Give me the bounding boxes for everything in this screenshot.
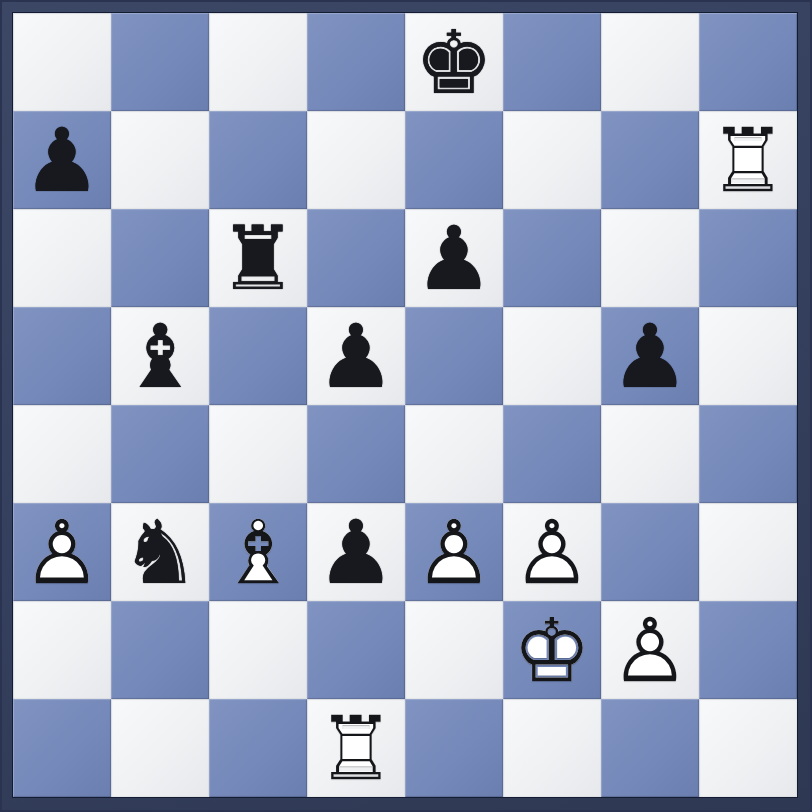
board-frame: ♚♟♜♖♜♟♝♟♟♟♙♞♝♗♟♟♙♟♙♚♔♟♙♜♖ xyxy=(0,0,812,812)
square-a7[interactable]: ♟ xyxy=(13,111,111,209)
square-f7[interactable] xyxy=(503,111,601,209)
square-f5[interactable] xyxy=(503,307,601,405)
square-f4[interactable] xyxy=(503,405,601,503)
square-g4[interactable] xyxy=(601,405,699,503)
square-h5[interactable] xyxy=(699,307,797,405)
black-pawn-icon: ♟ xyxy=(307,307,405,405)
square-g5[interactable]: ♟ xyxy=(601,307,699,405)
square-e1[interactable] xyxy=(405,699,503,797)
black-king-icon: ♚ xyxy=(405,13,503,111)
square-d3[interactable]: ♟ xyxy=(307,503,405,601)
square-e5[interactable] xyxy=(405,307,503,405)
piece-black-pawn-d3: ♟ xyxy=(307,503,405,601)
square-g2[interactable]: ♟♙ xyxy=(601,601,699,699)
square-b4[interactable] xyxy=(111,405,209,503)
square-c5[interactable] xyxy=(209,307,307,405)
square-a8[interactable] xyxy=(13,13,111,111)
piece-white-king-f2: ♚♔ xyxy=(503,601,601,699)
square-h7[interactable]: ♜♖ xyxy=(699,111,797,209)
square-e6[interactable]: ♟ xyxy=(405,209,503,307)
piece-black-pawn-g5: ♟ xyxy=(601,307,699,405)
square-b1[interactable] xyxy=(111,699,209,797)
square-h8[interactable] xyxy=(699,13,797,111)
square-e4[interactable] xyxy=(405,405,503,503)
square-a1[interactable] xyxy=(13,699,111,797)
black-pawn-icon: ♟ xyxy=(601,307,699,405)
square-f6[interactable] xyxy=(503,209,601,307)
square-g8[interactable] xyxy=(601,13,699,111)
white-king-outline-icon: ♔ xyxy=(503,601,601,699)
square-g7[interactable] xyxy=(601,111,699,209)
square-a4[interactable] xyxy=(13,405,111,503)
piece-white-pawn-g2: ♟♙ xyxy=(601,601,699,699)
square-d6[interactable] xyxy=(307,209,405,307)
black-bishop-icon: ♝ xyxy=(111,307,209,405)
black-pawn-icon: ♟ xyxy=(13,111,111,209)
chess-board: ♚♟♜♖♜♟♝♟♟♟♙♞♝♗♟♟♙♟♙♚♔♟♙♜♖ xyxy=(13,13,797,797)
square-a3[interactable]: ♟♙ xyxy=(13,503,111,601)
piece-black-pawn-a7: ♟ xyxy=(13,111,111,209)
square-c7[interactable] xyxy=(209,111,307,209)
square-h4[interactable] xyxy=(699,405,797,503)
square-g3[interactable] xyxy=(601,503,699,601)
square-g6[interactable] xyxy=(601,209,699,307)
piece-white-rook-d1: ♜♖ xyxy=(307,699,405,797)
square-d7[interactable] xyxy=(307,111,405,209)
square-a2[interactable] xyxy=(13,601,111,699)
square-c2[interactable] xyxy=(209,601,307,699)
square-h3[interactable] xyxy=(699,503,797,601)
square-h2[interactable] xyxy=(699,601,797,699)
square-c1[interactable] xyxy=(209,699,307,797)
white-pawn-outline-icon: ♙ xyxy=(405,503,503,601)
black-knight-icon: ♞ xyxy=(111,503,209,601)
piece-black-pawn-d5: ♟ xyxy=(307,307,405,405)
piece-white-pawn-f3: ♟♙ xyxy=(503,503,601,601)
white-bishop-outline-icon: ♗ xyxy=(209,503,307,601)
white-pawn-outline-icon: ♙ xyxy=(13,503,111,601)
square-c3[interactable]: ♝♗ xyxy=(209,503,307,601)
square-e7[interactable] xyxy=(405,111,503,209)
square-f8[interactable] xyxy=(503,13,601,111)
square-h1[interactable] xyxy=(699,699,797,797)
square-f1[interactable] xyxy=(503,699,601,797)
square-d2[interactable] xyxy=(307,601,405,699)
square-d4[interactable] xyxy=(307,405,405,503)
piece-black-rook-c6: ♜ xyxy=(209,209,307,307)
square-a5[interactable] xyxy=(13,307,111,405)
piece-black-bishop-b5: ♝ xyxy=(111,307,209,405)
white-pawn-outline-icon: ♙ xyxy=(503,503,601,601)
square-e3[interactable]: ♟♙ xyxy=(405,503,503,601)
piece-white-bishop-c3: ♝♗ xyxy=(209,503,307,601)
piece-white-pawn-e3: ♟♙ xyxy=(405,503,503,601)
piece-black-pawn-e6: ♟ xyxy=(405,209,503,307)
square-c6[interactable]: ♜ xyxy=(209,209,307,307)
black-pawn-icon: ♟ xyxy=(307,503,405,601)
piece-black-king-e8: ♚ xyxy=(405,13,503,111)
square-b7[interactable] xyxy=(111,111,209,209)
piece-white-pawn-a3: ♟♙ xyxy=(13,503,111,601)
square-g1[interactable] xyxy=(601,699,699,797)
square-b3[interactable]: ♞ xyxy=(111,503,209,601)
square-b5[interactable]: ♝ xyxy=(111,307,209,405)
square-b2[interactable] xyxy=(111,601,209,699)
square-e2[interactable] xyxy=(405,601,503,699)
piece-black-knight-b3: ♞ xyxy=(111,503,209,601)
white-rook-outline-icon: ♖ xyxy=(307,699,405,797)
square-f3[interactable]: ♟♙ xyxy=(503,503,601,601)
square-b8[interactable] xyxy=(111,13,209,111)
black-rook-icon: ♜ xyxy=(209,209,307,307)
white-pawn-outline-icon: ♙ xyxy=(601,601,699,699)
square-h6[interactable] xyxy=(699,209,797,307)
black-pawn-icon: ♟ xyxy=(405,209,503,307)
square-c8[interactable] xyxy=(209,13,307,111)
square-d5[interactable]: ♟ xyxy=(307,307,405,405)
white-rook-outline-icon: ♖ xyxy=(699,111,797,209)
square-a6[interactable] xyxy=(13,209,111,307)
square-d8[interactable] xyxy=(307,13,405,111)
piece-white-rook-h7: ♜♖ xyxy=(699,111,797,209)
square-e8[interactable]: ♚ xyxy=(405,13,503,111)
square-f2[interactable]: ♚♔ xyxy=(503,601,601,699)
square-b6[interactable] xyxy=(111,209,209,307)
square-d1[interactable]: ♜♖ xyxy=(307,699,405,797)
square-c4[interactable] xyxy=(209,405,307,503)
